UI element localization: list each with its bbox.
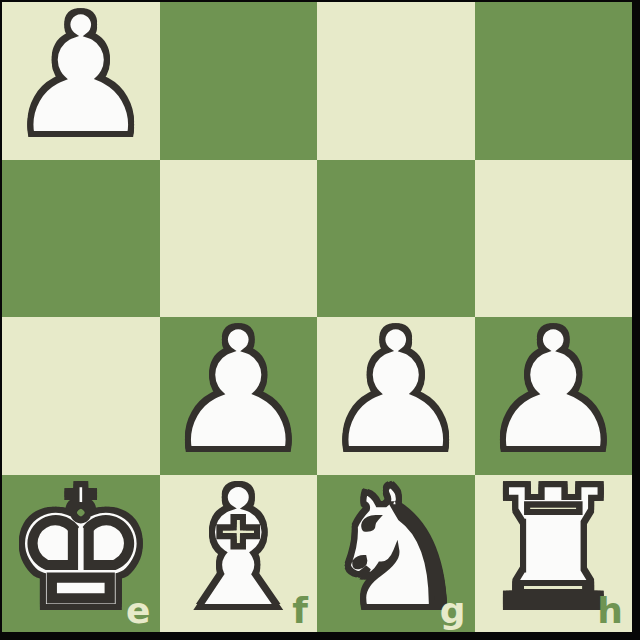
square-h1[interactable]: ♜h xyxy=(475,475,633,633)
piece-white-bishop[interactable]: ♝ xyxy=(163,475,314,628)
coord-label-h: h xyxy=(597,593,623,629)
square-e4[interactable]: ♟ xyxy=(2,2,160,160)
square-h2[interactable]: ♟ xyxy=(475,317,633,475)
square-g1[interactable]: ♞g xyxy=(317,475,475,633)
coord-label-e: e xyxy=(126,593,150,629)
square-g2[interactable]: ♟ xyxy=(317,317,475,475)
square-e1[interactable]: ♚e xyxy=(2,475,160,633)
square-e3[interactable] xyxy=(2,160,160,318)
chess-board: ♟♟♟♟♚e♝f♞g♜h xyxy=(2,2,632,632)
page-background: ♟♟♟♟♚e♝f♞g♜h xyxy=(0,0,640,640)
square-f2[interactable]: ♟ xyxy=(160,317,318,475)
coord-label-g: g xyxy=(440,593,466,629)
square-g3[interactable] xyxy=(317,160,475,318)
piece-white-pawn[interactable]: ♟ xyxy=(5,2,156,155)
square-h3[interactable] xyxy=(475,160,633,318)
square-f3[interactable] xyxy=(160,160,318,318)
piece-white-pawn[interactable]: ♟ xyxy=(163,317,314,470)
coord-label-f: f xyxy=(292,593,308,629)
square-f4[interactable] xyxy=(160,2,318,160)
square-e2[interactable] xyxy=(2,317,160,475)
piece-white-pawn[interactable]: ♟ xyxy=(478,317,629,470)
square-h4[interactable] xyxy=(475,2,633,160)
square-g4[interactable] xyxy=(317,2,475,160)
piece-white-pawn[interactable]: ♟ xyxy=(320,317,471,470)
square-f1[interactable]: ♝f xyxy=(160,475,318,633)
